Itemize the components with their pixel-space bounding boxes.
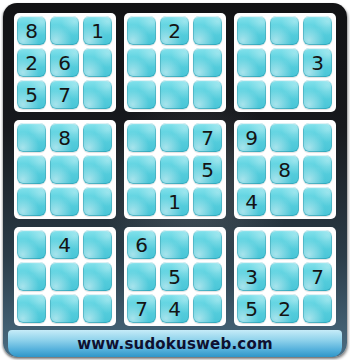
cell-r1c7[interactable] bbox=[237, 16, 266, 45]
cell-r7c2[interactable]: 4 bbox=[50, 230, 79, 259]
cell-r9c5[interactable]: 4 bbox=[160, 294, 189, 323]
cell-r6c1[interactable] bbox=[17, 187, 46, 216]
cell-r3c2[interactable]: 7 bbox=[50, 80, 79, 109]
cell-r3c3[interactable] bbox=[83, 80, 112, 109]
box-3-1: 4 bbox=[14, 227, 116, 326]
cell-r4c7[interactable]: 9 bbox=[237, 123, 266, 152]
cell-r4c9[interactable] bbox=[303, 123, 332, 152]
cell-r4c2[interactable]: 8 bbox=[50, 123, 79, 152]
cell-r2c4[interactable] bbox=[127, 48, 156, 77]
cell-r1c4[interactable] bbox=[127, 16, 156, 45]
cell-r1c6[interactable] bbox=[193, 16, 222, 45]
box-1-3: 3 bbox=[234, 13, 336, 112]
cell-r8c3[interactable] bbox=[83, 262, 112, 291]
cell-r1c1[interactable]: 8 bbox=[17, 16, 46, 45]
cell-r9c7[interactable]: 5 bbox=[237, 294, 266, 323]
cell-r4c6[interactable]: 7 bbox=[193, 123, 222, 152]
sudoku-board: 812657238751984465743752 bbox=[14, 13, 336, 326]
box-2-3: 984 bbox=[234, 120, 336, 219]
cell-r5c8[interactable]: 8 bbox=[270, 155, 299, 184]
cell-r1c3[interactable]: 1 bbox=[83, 16, 112, 45]
cell-r6c7[interactable]: 4 bbox=[237, 187, 266, 216]
cell-r2c2[interactable]: 6 bbox=[50, 48, 79, 77]
cell-r9c2[interactable] bbox=[50, 294, 79, 323]
cell-r6c2[interactable] bbox=[50, 187, 79, 216]
cell-r9c1[interactable] bbox=[17, 294, 46, 323]
cell-r6c8[interactable] bbox=[270, 187, 299, 216]
cell-r3c7[interactable] bbox=[237, 80, 266, 109]
cell-r1c9[interactable] bbox=[303, 16, 332, 45]
cell-r9c3[interactable] bbox=[83, 294, 112, 323]
cell-r7c9[interactable] bbox=[303, 230, 332, 259]
cell-r5c9[interactable] bbox=[303, 155, 332, 184]
cell-r9c9[interactable] bbox=[303, 294, 332, 323]
box-1-1: 812657 bbox=[14, 13, 116, 112]
cell-r7c1[interactable] bbox=[17, 230, 46, 259]
cell-r2c8[interactable] bbox=[270, 48, 299, 77]
cell-r5c4[interactable] bbox=[127, 155, 156, 184]
cell-r9c6[interactable] bbox=[193, 294, 222, 323]
cell-r2c7[interactable] bbox=[237, 48, 266, 77]
cell-r9c4[interactable]: 7 bbox=[127, 294, 156, 323]
cell-r1c8[interactable] bbox=[270, 16, 299, 45]
board-frame: 812657238751984465743752 www.sudokusweb.… bbox=[3, 3, 347, 357]
cell-r3c1[interactable]: 5 bbox=[17, 80, 46, 109]
box-2-1: 8 bbox=[14, 120, 116, 219]
cell-r7c5[interactable] bbox=[160, 230, 189, 259]
cell-r6c5[interactable]: 1 bbox=[160, 187, 189, 216]
cell-r3c6[interactable] bbox=[193, 80, 222, 109]
cell-r6c3[interactable] bbox=[83, 187, 112, 216]
cell-r5c3[interactable] bbox=[83, 155, 112, 184]
cell-r8c1[interactable] bbox=[17, 262, 46, 291]
cell-r6c9[interactable] bbox=[303, 187, 332, 216]
cell-r7c8[interactable] bbox=[270, 230, 299, 259]
cell-r2c3[interactable] bbox=[83, 48, 112, 77]
cell-r4c3[interactable] bbox=[83, 123, 112, 152]
cell-r9c8[interactable]: 2 bbox=[270, 294, 299, 323]
cell-r5c7[interactable] bbox=[237, 155, 266, 184]
cell-r5c1[interactable] bbox=[17, 155, 46, 184]
cell-r1c2[interactable] bbox=[50, 16, 79, 45]
box-2-2: 751 bbox=[124, 120, 226, 219]
cell-r2c1[interactable]: 2 bbox=[17, 48, 46, 77]
cell-r5c2[interactable] bbox=[50, 155, 79, 184]
cell-r3c8[interactable] bbox=[270, 80, 299, 109]
cell-r8c8[interactable] bbox=[270, 262, 299, 291]
cell-r4c5[interactable] bbox=[160, 123, 189, 152]
cell-r8c9[interactable]: 7 bbox=[303, 262, 332, 291]
cell-r3c9[interactable] bbox=[303, 80, 332, 109]
cell-r2c5[interactable] bbox=[160, 48, 189, 77]
cell-r7c6[interactable] bbox=[193, 230, 222, 259]
cell-r8c2[interactable] bbox=[50, 262, 79, 291]
cell-r8c7[interactable]: 3 bbox=[237, 262, 266, 291]
cell-r7c3[interactable] bbox=[83, 230, 112, 259]
cell-r5c5[interactable] bbox=[160, 155, 189, 184]
cell-r8c4[interactable] bbox=[127, 262, 156, 291]
site-url[interactable]: www.sudokusweb.com bbox=[77, 335, 272, 353]
cell-r7c4[interactable]: 6 bbox=[127, 230, 156, 259]
cell-r1c5[interactable]: 2 bbox=[160, 16, 189, 45]
cell-r7c7[interactable] bbox=[237, 230, 266, 259]
cell-r2c9[interactable]: 3 bbox=[303, 48, 332, 77]
cell-r5c6[interactable]: 5 bbox=[193, 155, 222, 184]
cell-r4c8[interactable] bbox=[270, 123, 299, 152]
cell-r4c1[interactable] bbox=[17, 123, 46, 152]
cell-r8c5[interactable]: 5 bbox=[160, 262, 189, 291]
cell-r2c6[interactable] bbox=[193, 48, 222, 77]
box-1-2: 2 bbox=[124, 13, 226, 112]
cell-r4c4[interactable] bbox=[127, 123, 156, 152]
cell-r8c6[interactable] bbox=[193, 262, 222, 291]
cell-r6c4[interactable] bbox=[127, 187, 156, 216]
box-3-3: 3752 bbox=[234, 227, 336, 326]
cell-r3c4[interactable] bbox=[127, 80, 156, 109]
cell-r6c6[interactable] bbox=[193, 187, 222, 216]
cell-r3c5[interactable] bbox=[160, 80, 189, 109]
box-3-2: 6574 bbox=[124, 227, 226, 326]
footer-bar: www.sudokusweb.com bbox=[8, 330, 342, 357]
